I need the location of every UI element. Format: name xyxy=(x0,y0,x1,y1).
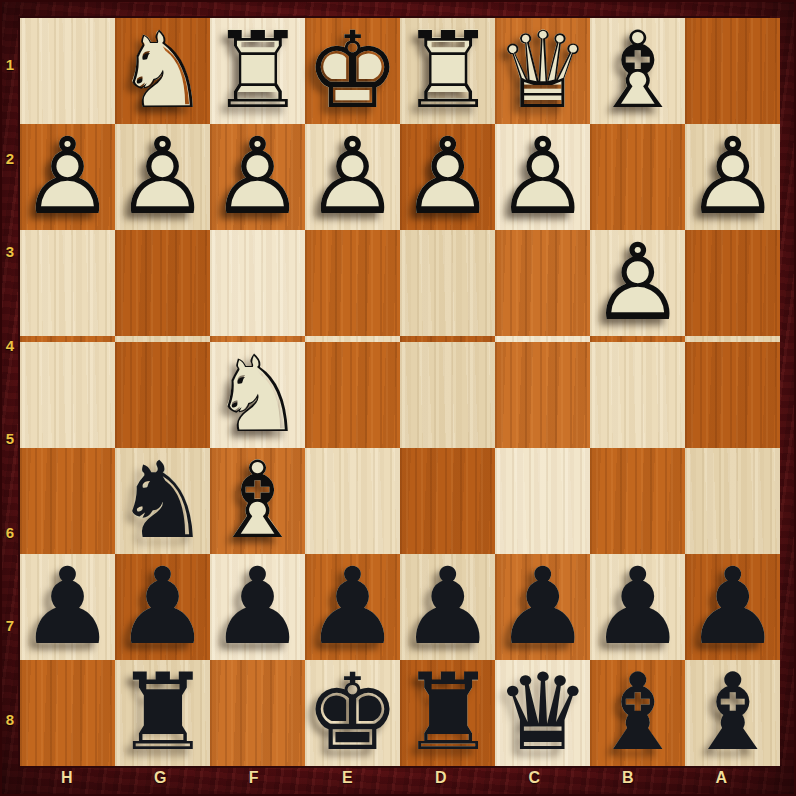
square-e1[interactable]: ♚♔ xyxy=(305,18,400,124)
square-e3[interactable] xyxy=(305,230,400,336)
square-b6[interactable] xyxy=(590,448,685,554)
square-a6[interactable] xyxy=(685,448,780,554)
white-bishop: ♝♗ xyxy=(590,18,685,124)
black-pawn: ♙♟ xyxy=(495,554,590,660)
square-c3[interactable] xyxy=(495,230,590,336)
square-c2[interactable]: ♟♙ xyxy=(495,124,590,230)
square-b1[interactable]: ♝♗ xyxy=(590,18,685,124)
rank-label-2: 2 xyxy=(0,112,20,206)
square-d2[interactable]: ♟♙ xyxy=(400,124,495,230)
square-b8[interactable]: ♗♝ xyxy=(590,660,685,766)
rank-labels: 12345678 xyxy=(0,18,20,766)
black-pawn: ♙♟ xyxy=(20,554,115,660)
white-pawn: ♟♙ xyxy=(685,124,780,230)
square-a7[interactable]: ♙♟ xyxy=(685,554,780,660)
white-bishop: ♝♗ xyxy=(210,448,305,554)
square-f2[interactable]: ♟♙ xyxy=(210,124,305,230)
square-c6[interactable] xyxy=(495,448,590,554)
square-c7[interactable]: ♙♟ xyxy=(495,554,590,660)
square-h5[interactable] xyxy=(20,342,115,448)
square-f6[interactable]: ♝♗ xyxy=(210,448,305,554)
square-c5[interactable] xyxy=(495,342,590,448)
square-b7[interactable]: ♙♟ xyxy=(590,554,685,660)
square-f8[interactable] xyxy=(210,660,305,766)
square-d7[interactable]: ♙♟ xyxy=(400,554,495,660)
white-pawn: ♟♙ xyxy=(20,124,115,230)
square-d5[interactable] xyxy=(400,342,495,448)
rank-label-4: 4 xyxy=(0,299,20,393)
square-h7[interactable]: ♙♟ xyxy=(20,554,115,660)
white-pawn: ♟♙ xyxy=(495,124,590,230)
square-d1[interactable]: ♜♖ xyxy=(400,18,495,124)
black-pawn: ♙♟ xyxy=(685,554,780,660)
black-pawn: ♙♟ xyxy=(590,554,685,660)
square-g1[interactable]: ♞♘ xyxy=(115,18,210,124)
square-g5[interactable] xyxy=(115,342,210,448)
black-rook: ♖♜ xyxy=(400,660,495,766)
square-h3[interactable] xyxy=(20,230,115,336)
square-a8[interactable]: ♗♝ xyxy=(685,660,780,766)
file-label-d: D xyxy=(394,766,488,796)
white-knight: ♞♘ xyxy=(210,342,305,448)
square-g8[interactable]: ♖♜ xyxy=(115,660,210,766)
rank-label-1: 1 xyxy=(0,18,20,112)
file-label-e: E xyxy=(301,766,395,796)
white-king: ♚♔ xyxy=(305,18,400,124)
white-pawn: ♟♙ xyxy=(590,230,685,336)
square-f5[interactable]: ♞♘ xyxy=(210,342,305,448)
black-pawn: ♙♟ xyxy=(115,554,210,660)
chessboard-frame: 12345678 ♞♘♜♖♚♔♜♖♛♕♝♗♟♙♟♙♟♙♟♙♟♙♟♙♟♙♟♙♞♘♘… xyxy=(0,0,796,796)
black-queen: ♕♛ xyxy=(495,660,590,766)
square-f1[interactable]: ♜♖ xyxy=(210,18,305,124)
square-b5[interactable] xyxy=(590,342,685,448)
black-pawn: ♙♟ xyxy=(400,554,495,660)
rank-label-6: 6 xyxy=(0,486,20,580)
square-g3[interactable] xyxy=(115,230,210,336)
black-pawn: ♙♟ xyxy=(305,554,400,660)
square-a1[interactable] xyxy=(685,18,780,124)
black-knight: ♘♞ xyxy=(115,448,210,554)
square-g2[interactable]: ♟♙ xyxy=(115,124,210,230)
square-b2[interactable] xyxy=(590,124,685,230)
white-knight: ♞♘ xyxy=(115,18,210,124)
file-label-h: H xyxy=(20,766,114,796)
file-label-b: B xyxy=(581,766,675,796)
square-h2[interactable]: ♟♙ xyxy=(20,124,115,230)
square-d6[interactable] xyxy=(400,448,495,554)
rank-label-5: 5 xyxy=(0,392,20,486)
rank-label-3: 3 xyxy=(0,205,20,299)
square-b3[interactable]: ♟♙ xyxy=(590,230,685,336)
square-h8[interactable] xyxy=(20,660,115,766)
square-h1[interactable] xyxy=(20,18,115,124)
black-bishop: ♗♝ xyxy=(590,660,685,766)
square-f3[interactable] xyxy=(210,230,305,336)
black-king: ♔♚ xyxy=(305,660,400,766)
file-label-c: C xyxy=(488,766,582,796)
square-g6[interactable]: ♘♞ xyxy=(115,448,210,554)
white-pawn: ♟♙ xyxy=(210,124,305,230)
chess-board: ♞♘♜♖♚♔♜♖♛♕♝♗♟♙♟♙♟♙♟♙♟♙♟♙♟♙♟♙♞♘♘♞♝♗♙♟♙♟♙♟… xyxy=(20,18,768,766)
square-e6[interactable] xyxy=(305,448,400,554)
black-bishop: ♗♝ xyxy=(685,660,780,766)
file-label-g: G xyxy=(114,766,208,796)
white-pawn: ♟♙ xyxy=(305,124,400,230)
black-pawn: ♙♟ xyxy=(210,554,305,660)
square-e5[interactable] xyxy=(305,342,400,448)
square-a5[interactable] xyxy=(685,342,780,448)
black-rook: ♖♜ xyxy=(115,660,210,766)
square-d3[interactable] xyxy=(400,230,495,336)
white-rook: ♜♖ xyxy=(400,18,495,124)
square-h6[interactable] xyxy=(20,448,115,554)
file-label-f: F xyxy=(207,766,301,796)
square-f7[interactable]: ♙♟ xyxy=(210,554,305,660)
white-queen: ♛♕ xyxy=(495,18,590,124)
white-pawn: ♟♙ xyxy=(115,124,210,230)
file-labels: HGFEDCBA xyxy=(20,766,768,796)
square-d8[interactable]: ♖♜ xyxy=(400,660,495,766)
rank-label-8: 8 xyxy=(0,673,20,767)
square-e2[interactable]: ♟♙ xyxy=(305,124,400,230)
rank-label-7: 7 xyxy=(0,579,20,673)
white-pawn: ♟♙ xyxy=(400,124,495,230)
square-a3[interactable] xyxy=(685,230,780,336)
file-label-a: A xyxy=(675,766,769,796)
square-e8[interactable]: ♔♚ xyxy=(305,660,400,766)
white-rook: ♜♖ xyxy=(210,18,305,124)
square-c1[interactable]: ♛♕ xyxy=(495,18,590,124)
square-e7[interactable]: ♙♟ xyxy=(305,554,400,660)
square-c8[interactable]: ♕♛ xyxy=(495,660,590,766)
square-g7[interactable]: ♙♟ xyxy=(115,554,210,660)
square-a2[interactable]: ♟♙ xyxy=(685,124,780,230)
